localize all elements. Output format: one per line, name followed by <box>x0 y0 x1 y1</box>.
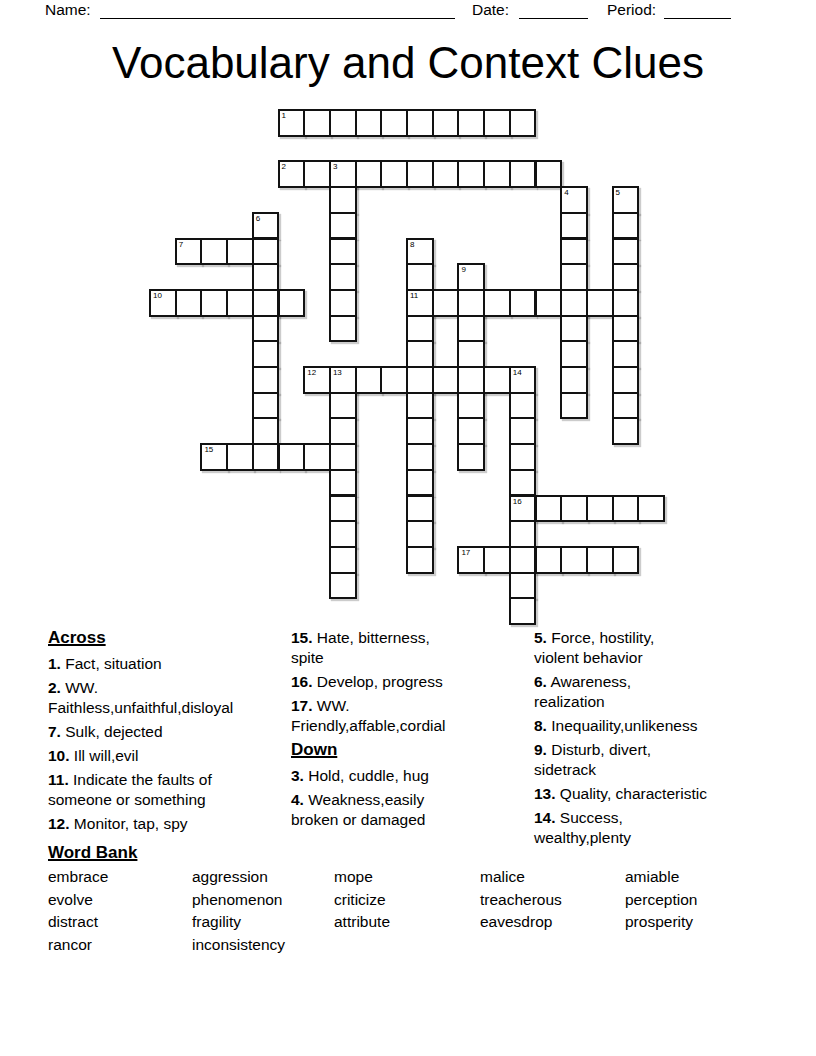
crossword-cell[interactable] <box>560 366 588 394</box>
crossword-cell[interactable] <box>483 366 511 394</box>
crossword-cell[interactable] <box>432 289 460 317</box>
crossword-cell[interactable] <box>560 340 588 368</box>
crossword-cell[interactable] <box>329 495 357 523</box>
crossword-cell[interactable] <box>509 289 537 317</box>
crossword-cell[interactable] <box>406 109 434 137</box>
crossword-cell[interactable] <box>329 520 357 548</box>
crossword-cell[interactable] <box>303 160 331 188</box>
crossword-cell[interactable] <box>200 289 228 317</box>
clue-item: 14. Success, wealthy,plenty <box>534 808 740 848</box>
crossword-cell[interactable]: 12 <box>303 366 331 394</box>
crossword-cell[interactable] <box>252 366 280 394</box>
name-blank[interactable] <box>100 3 455 19</box>
clue-number: 4 <box>564 188 568 197</box>
crossword-cell[interactable] <box>355 109 383 137</box>
clue-number: 2 <box>282 162 286 171</box>
crossword-cell[interactable] <box>560 263 588 291</box>
crossword-cell[interactable] <box>535 495 563 523</box>
crossword-cell[interactable] <box>535 546 563 574</box>
crossword-cell[interactable]: 15 <box>200 443 228 471</box>
crossword-cell[interactable] <box>637 495 665 523</box>
clue-number: 14 <box>513 368 522 377</box>
crossword-cell[interactable] <box>329 212 357 240</box>
crossword-cell[interactable] <box>329 392 357 420</box>
worksheet-page: Name: Date: Period: Vocabulary and Conte… <box>0 0 816 1056</box>
crossword-cell[interactable] <box>612 212 640 240</box>
clue-number: 16 <box>513 497 522 506</box>
crossword-cell[interactable] <box>406 366 434 394</box>
crossword-cell[interactable] <box>560 238 588 266</box>
period-blank[interactable] <box>664 3 731 19</box>
clue-item: 16. Develop, progress <box>291 672 497 692</box>
clue-number: 17 <box>461 548 470 557</box>
crossword-cell[interactable] <box>509 572 537 600</box>
clue-number: 8 <box>410 240 414 249</box>
name-label: Name: <box>45 1 91 19</box>
crossword-cell[interactable] <box>252 263 280 291</box>
crossword-cell[interactable] <box>252 315 280 343</box>
clue-item: 2. WW. Faithless,unfaithful,disloyal <box>48 678 254 718</box>
clue-item: 8. Inequaility,unlikeness <box>534 716 740 736</box>
crossword-cell[interactable] <box>457 315 485 343</box>
crossword-cell[interactable] <box>406 315 434 343</box>
crossword-cell[interactable] <box>406 495 434 523</box>
crossword-cell[interactable] <box>612 289 640 317</box>
crossword-cell[interactable] <box>252 289 280 317</box>
wordbank-word: mope <box>334 866 390 889</box>
crossword-cell[interactable] <box>509 469 537 497</box>
crossword-cell[interactable]: 10 <box>149 289 177 317</box>
crossword-cell[interactable] <box>329 469 357 497</box>
crossword-cell[interactable] <box>509 597 537 625</box>
clue-number: 15 <box>204 445 213 454</box>
crossword-cell[interactable] <box>380 366 408 394</box>
crossword-cell[interactable] <box>355 366 383 394</box>
wordbank-word: amiable <box>625 866 697 889</box>
crossword-cell[interactable] <box>612 340 640 368</box>
crossword-cell[interactable] <box>457 109 485 137</box>
crossword-cell[interactable] <box>432 366 460 394</box>
crossword-cell[interactable]: 9 <box>457 263 485 291</box>
crossword-cell[interactable] <box>509 520 537 548</box>
crossword-cell[interactable]: 1 <box>278 109 306 137</box>
crossword-cell[interactable]: 16 <box>509 495 537 523</box>
crossword-cell[interactable]: 2 <box>278 160 306 188</box>
clue-item: 4. Weakness,easily broken or damaged <box>291 790 497 830</box>
crossword-cell[interactable] <box>509 546 537 574</box>
crossword-cell[interactable]: 17 <box>457 546 485 574</box>
clue-number: 13 <box>333 368 342 377</box>
crossword-cell[interactable] <box>612 238 640 266</box>
crossword-cell[interactable] <box>457 340 485 368</box>
clue-item: 17. WW. Friendly,affable,cordial <box>291 696 497 736</box>
crossword-cell[interactable] <box>535 289 563 317</box>
clue-column-3: 5. Force, hostility, violent behavior6. … <box>534 628 740 852</box>
wordbank-word: criticize <box>334 889 390 912</box>
date-label: Date: <box>472 1 509 19</box>
crossword-cell[interactable] <box>329 186 357 214</box>
wordbank-word: perception <box>625 889 697 912</box>
crossword-cell[interactable] <box>226 238 254 266</box>
wordbank-word: malice <box>480 866 562 889</box>
crossword-cell[interactable] <box>278 443 306 471</box>
crossword-cell[interactable]: 4 <box>560 186 588 214</box>
wordbank-word: distract <box>48 911 108 934</box>
crossword-cell[interactable] <box>560 289 588 317</box>
clue-item: 5. Force, hostility, violent behavior <box>534 628 740 668</box>
clue-item: 11. Indicate the faults of someone or so… <box>48 770 254 810</box>
crossword-cell[interactable] <box>612 366 640 394</box>
wordbank-word: phenomenon <box>192 889 285 912</box>
crossword-grid: 1234567891011121314151617 <box>150 110 666 626</box>
wordbank-word: eavesdrop <box>480 911 562 934</box>
wordbank-column-1: embraceevolvedistractrancor <box>48 866 108 956</box>
clue-item: 1. Fact, situation <box>48 654 254 674</box>
crossword-cell[interactable] <box>483 160 511 188</box>
clue-number: 11 <box>410 291 418 300</box>
wordbank-column-5: amiableperceptionprosperity <box>625 866 697 934</box>
crossword-cell[interactable] <box>406 263 434 291</box>
crossword-cell[interactable]: 3 <box>329 160 357 188</box>
crossword-cell[interactable] <box>175 289 203 317</box>
crossword-cell[interactable] <box>355 160 383 188</box>
crossword-cell[interactable] <box>612 263 640 291</box>
crossword-cell[interactable] <box>329 546 357 574</box>
crossword-cell[interactable]: 5 <box>612 186 640 214</box>
crossword-cell[interactable] <box>278 289 306 317</box>
crossword-cell[interactable] <box>252 417 280 445</box>
clue-item: 12. Monitor, tap, spy <box>48 814 254 834</box>
crossword-cell[interactable] <box>483 546 511 574</box>
crossword-cell[interactable] <box>329 417 357 445</box>
crossword-cell[interactable] <box>329 572 357 600</box>
clue-column-2: 15. Hate, bitterness, spite16. Develop, … <box>291 628 497 834</box>
crossword-cell[interactable] <box>612 495 640 523</box>
period-label: Period: <box>607 1 656 19</box>
wordbank-word: prosperity <box>625 911 697 934</box>
crossword-cell[interactable] <box>406 160 434 188</box>
crossword-cell[interactable]: 7 <box>175 238 203 266</box>
clue-item: 13. Quality, characteristic <box>534 784 740 804</box>
crossword-cell[interactable] <box>406 443 434 471</box>
wordbank-word: treacherous <box>480 889 562 912</box>
crossword-cell[interactable]: 14 <box>509 366 537 394</box>
crossword-cell[interactable] <box>303 109 331 137</box>
crossword-cell[interactable] <box>560 546 588 574</box>
wordbank-word: inconsistency <box>192 934 285 957</box>
crossword-cell[interactable] <box>252 238 280 266</box>
crossword-cell[interactable] <box>329 443 357 471</box>
crossword-cell[interactable] <box>457 289 485 317</box>
crossword-cell[interactable] <box>509 160 537 188</box>
wordbank-heading: Word Bank <box>48 843 137 862</box>
crossword-cell[interactable] <box>560 392 588 420</box>
crossword-cell[interactable] <box>457 417 485 445</box>
clue-number: 12 <box>307 368 316 377</box>
crossword-cell[interactable] <box>329 315 357 343</box>
wordbank-word: attribute <box>334 911 390 934</box>
clue-number: 10 <box>153 291 162 300</box>
crossword-cell[interactable] <box>329 263 357 291</box>
clue-column-1: Across1. Fact, situation2. WW. Faithless… <box>48 628 254 838</box>
crossword-cell[interactable] <box>483 289 511 317</box>
crossword-cell[interactable] <box>406 417 434 445</box>
crossword-cell[interactable] <box>457 443 485 471</box>
crossword-cell[interactable] <box>329 238 357 266</box>
crossword-cell[interactable] <box>560 495 588 523</box>
crossword-cell[interactable] <box>329 289 357 317</box>
wordbank-column-4: malicetreacherouseavesdrop <box>480 866 562 934</box>
crossword-cell[interactable] <box>586 546 614 574</box>
crossword-cell[interactable] <box>612 546 640 574</box>
crossword-cell[interactable] <box>560 315 588 343</box>
wordbank-word: fragility <box>192 911 285 934</box>
clue-item: 9. Disturb, divert, sidetrack <box>534 740 740 780</box>
crossword-cell[interactable] <box>303 443 331 471</box>
crossword-cell[interactable]: 11 <box>406 289 434 317</box>
crossword-cell[interactable] <box>509 109 537 137</box>
wordbank-word: aggression <box>192 866 285 889</box>
crossword-cell[interactable] <box>406 469 434 497</box>
crossword-cell[interactable] <box>509 392 537 420</box>
crossword-cell[interactable] <box>226 289 254 317</box>
crossword-cell[interactable] <box>612 417 640 445</box>
crossword-cell[interactable] <box>432 109 460 137</box>
clue-number: 1 <box>282 111 286 120</box>
crossword-cell[interactable] <box>586 289 614 317</box>
clue-item: 10. Ill will,evil <box>48 746 254 766</box>
crossword-cell[interactable] <box>432 160 460 188</box>
crossword-cell[interactable] <box>380 160 408 188</box>
clue-item: 3. Hold, cuddle, hug <box>291 766 497 786</box>
wordbank-column-2: aggressionphenomenonfragilityinconsisten… <box>192 866 285 956</box>
crossword-cell[interactable] <box>252 340 280 368</box>
crossword-cell[interactable] <box>252 392 280 420</box>
crossword-cell[interactable] <box>226 443 254 471</box>
page-title: Vocabulary and Context Clues <box>0 38 816 88</box>
crossword-cell[interactable] <box>586 495 614 523</box>
crossword-cell[interactable] <box>612 315 640 343</box>
crossword-cell[interactable] <box>252 443 280 471</box>
crossword-cell[interactable] <box>406 340 434 368</box>
clue-number: 6 <box>256 214 260 223</box>
crossword-cell[interactable] <box>406 546 434 574</box>
crossword-cell[interactable]: 6 <box>252 212 280 240</box>
crossword-cell[interactable] <box>329 109 357 137</box>
clue-item: 15. Hate, bitterness, spite <box>291 628 497 668</box>
crossword-cell[interactable] <box>612 392 640 420</box>
crossword-cell[interactable] <box>457 160 485 188</box>
crossword-cell[interactable] <box>535 160 563 188</box>
crossword-cell[interactable] <box>380 109 408 137</box>
crossword-cell[interactable] <box>406 520 434 548</box>
section-heading: Down <box>291 740 497 759</box>
crossword-cell[interactable] <box>457 366 485 394</box>
wordbank-word: evolve <box>48 889 108 912</box>
clue-number: 3 <box>333 162 337 171</box>
crossword-cell[interactable]: 13 <box>329 366 357 394</box>
crossword-cell[interactable] <box>457 392 485 420</box>
clue-item: 6. Awareness, realization <box>534 672 740 712</box>
clue-number: 7 <box>179 240 183 249</box>
wordbank-column-3: mopecriticizeattribute <box>334 866 390 934</box>
crossword-cell[interactable] <box>483 109 511 137</box>
crossword-cell[interactable] <box>200 238 228 266</box>
crossword-cell[interactable] <box>509 443 537 471</box>
crossword-cell[interactable] <box>509 417 537 445</box>
clue-item: 7. Sulk, dejected <box>48 722 254 742</box>
section-heading: Across <box>48 628 254 647</box>
crossword-cell[interactable] <box>560 212 588 240</box>
clue-number: 5 <box>616 188 620 197</box>
wordbank-word: embrace <box>48 866 108 889</box>
crossword-cell[interactable] <box>406 392 434 420</box>
wordbank-word: rancor <box>48 934 108 957</box>
crossword-cell[interactable]: 8 <box>406 238 434 266</box>
date-blank[interactable] <box>519 3 588 19</box>
clue-number: 9 <box>461 265 465 274</box>
